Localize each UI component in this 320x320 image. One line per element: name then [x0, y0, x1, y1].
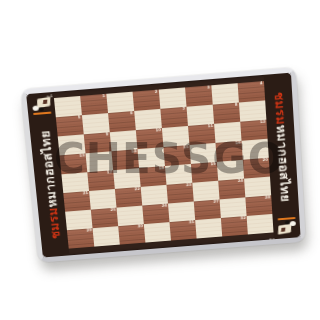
square-number: 21 [83, 191, 89, 195]
square-number: 30 [137, 224, 143, 228]
dark-square: 28 [245, 195, 272, 216]
logo-square-shape [42, 100, 46, 104]
watermark-text: CHESSGO [54, 134, 274, 183]
logo-dark-piece-icon [284, 220, 289, 224]
dark-square: 3 [185, 85, 213, 106]
logo-dark-piece-icon [38, 107, 43, 111]
square-number: 31 [189, 220, 195, 224]
light-square [247, 214, 274, 235]
square-number: 5 [78, 115, 81, 119]
dark-square: 8 [213, 102, 241, 123]
square-number: 26 [161, 204, 167, 208]
square-number: 23 [186, 183, 192, 187]
light-square [144, 222, 171, 242]
dark-square: 31 [169, 220, 196, 240]
square-number: 29 [86, 228, 92, 232]
club-word: ชมรม [271, 91, 287, 125]
dark-square: 21 [63, 191, 91, 212]
square-number: 6 [130, 111, 133, 115]
square-number: 7 [183, 107, 186, 111]
light-square [195, 218, 222, 239]
light-square [93, 226, 120, 246]
logo-square-shape [280, 228, 285, 232]
square-number: 4 [260, 81, 263, 85]
square-number: 3 [207, 85, 210, 89]
dark-square: 2 [133, 90, 161, 111]
dark-square: 7 [160, 107, 188, 128]
square-number: 10 [155, 128, 161, 132]
square-number: 28 [265, 195, 271, 199]
square-number: 27 [213, 199, 219, 203]
dark-square: 26 [142, 204, 169, 225]
logo-white-piece-icon [289, 221, 295, 226]
photo-background: v.4 ชมรมหมากฮอสไทย 123456789101112131415… [0, 0, 320, 320]
dark-square: 22 [115, 187, 142, 208]
dark-square: 6 [108, 111, 136, 132]
dark-square: 25 [91, 208, 118, 229]
logo-text-line [33, 112, 51, 115]
dark-square: 1 [80, 94, 108, 115]
club-logo-icon [29, 97, 53, 115]
square-number: 2 [155, 90, 158, 94]
square-number: 8 [235, 103, 238, 107]
dark-square: 27 [194, 199, 221, 220]
club-logo-icon [275, 217, 298, 234]
square-number: 11 [207, 124, 213, 128]
dark-square: 32 [221, 216, 248, 237]
square-number: 32 [240, 216, 246, 220]
dark-square: 4 [238, 81, 266, 102]
square-number: 12 [260, 120, 266, 124]
version-label: v.4 [47, 94, 53, 99]
square-number: 1 [103, 94, 106, 98]
square-number: 22 [134, 187, 140, 191]
dark-square: 29 [67, 228, 94, 248]
dark-square: 23 [166, 183, 193, 204]
square-number: 25 [110, 208, 116, 212]
club-word: ชมรม [45, 207, 62, 240]
dark-square: 30 [118, 224, 145, 244]
version-label: v.4 [269, 237, 275, 241]
